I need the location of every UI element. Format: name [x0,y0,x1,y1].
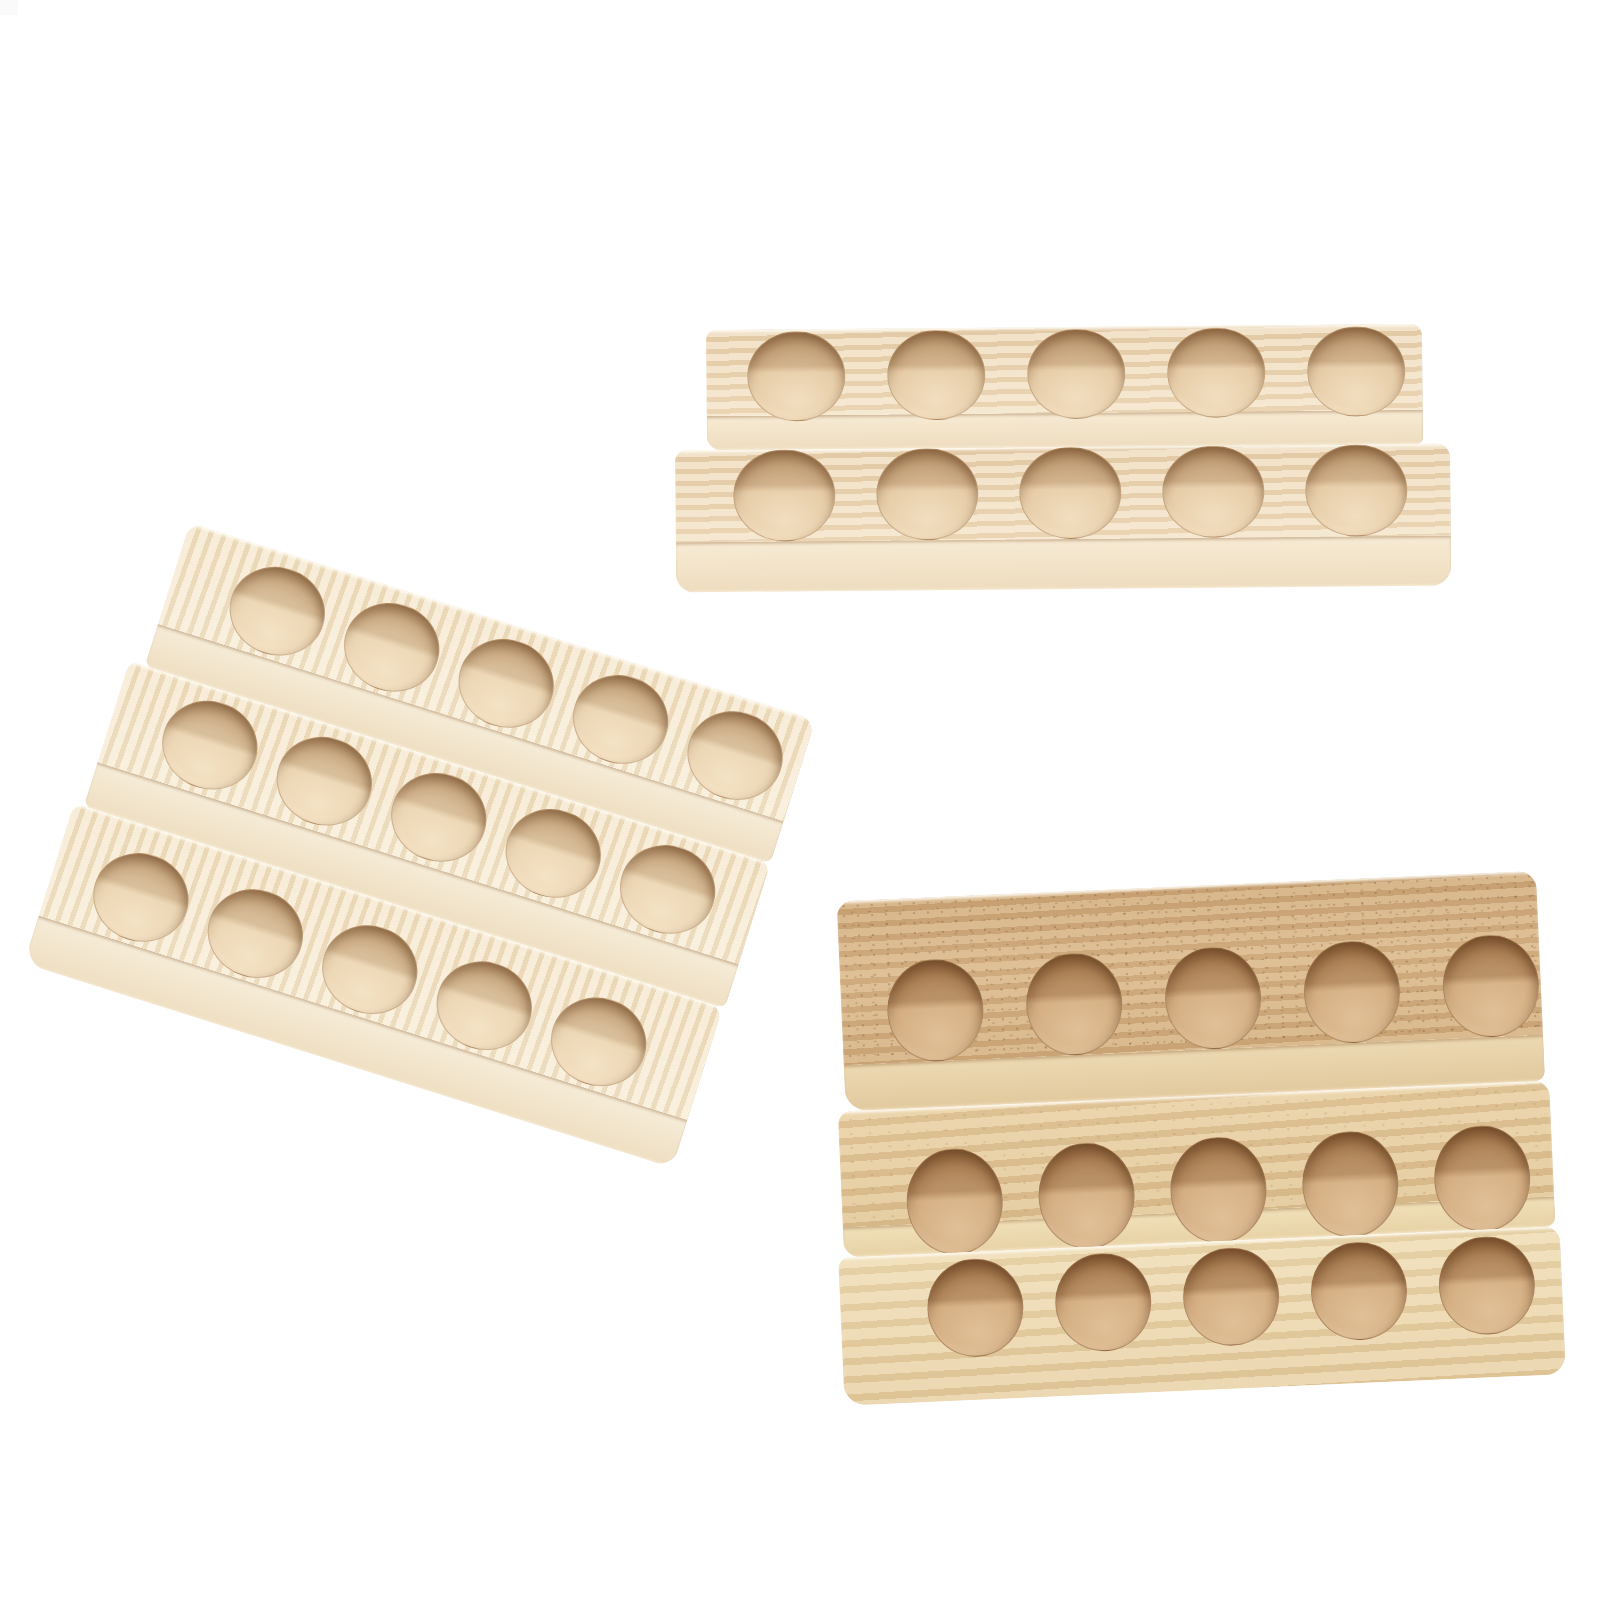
bottle-slot-row [675,444,1451,543]
bottle-slot-empty [1167,327,1266,418]
bottle-slot-empty [887,330,986,421]
bottle-slot-empty [494,797,612,910]
bottle-slot-empty [1053,1251,1153,1353]
tier-top-surface [837,871,1543,1065]
rack-c-tier-3 [838,1226,1566,1405]
bottle-slot-empty [1432,1124,1533,1234]
bottle-slot-empty [151,689,269,802]
bottle-slot-empty [885,957,985,1063]
bottle-slot-empty [609,833,727,946]
bottle-slot-empty [733,449,836,542]
bottle-slot-empty [1027,328,1126,419]
tier-front-face [676,536,1451,593]
bottle-slot-row [706,324,1423,422]
tier-top-surface [706,324,1423,416]
tier-top-surface [838,1226,1566,1405]
bottle-slot-empty [1441,933,1541,1039]
bottle-slot-empty [1163,945,1263,1051]
tier-top-surface [675,444,1451,543]
corner-artifact [0,0,18,15]
bottle-slot-empty [1024,951,1124,1057]
bottle-slot-empty [1162,445,1265,538]
rack-a-tier-1 [706,324,1423,450]
bottle-slot-empty [1019,446,1122,539]
bottle-slot-empty [1437,1234,1537,1336]
bottle-slot-empty [1309,1240,1409,1342]
bottle-slot-empty [1036,1141,1137,1251]
bottle-slot-empty [1307,326,1406,417]
rack-three-tier-bottom-right [822,862,1571,1405]
bottle-slot-empty [1305,444,1408,537]
product-photo-canvas [0,0,1600,1600]
bottle-slot-empty [876,448,979,541]
bottle-slot-empty [380,761,498,874]
bottle-slot-row [837,871,1543,1065]
rack-three-tier-left [24,515,823,1171]
rack-c-tier-1 [837,871,1545,1111]
bottle-slot-empty [1300,1129,1401,1239]
bottle-slot-empty [747,331,846,422]
bottle-slot-empty [1302,939,1402,1045]
bottle-slot-empty [265,725,383,838]
bottle-slot-empty [925,1257,1025,1359]
bottle-slot-empty [1181,1246,1281,1348]
rack-two-tier-top-right [674,324,1451,593]
bottle-slot-empty [904,1147,1005,1257]
rack-a-tier-2 [675,444,1451,593]
bottle-slot-empty [1168,1135,1269,1245]
